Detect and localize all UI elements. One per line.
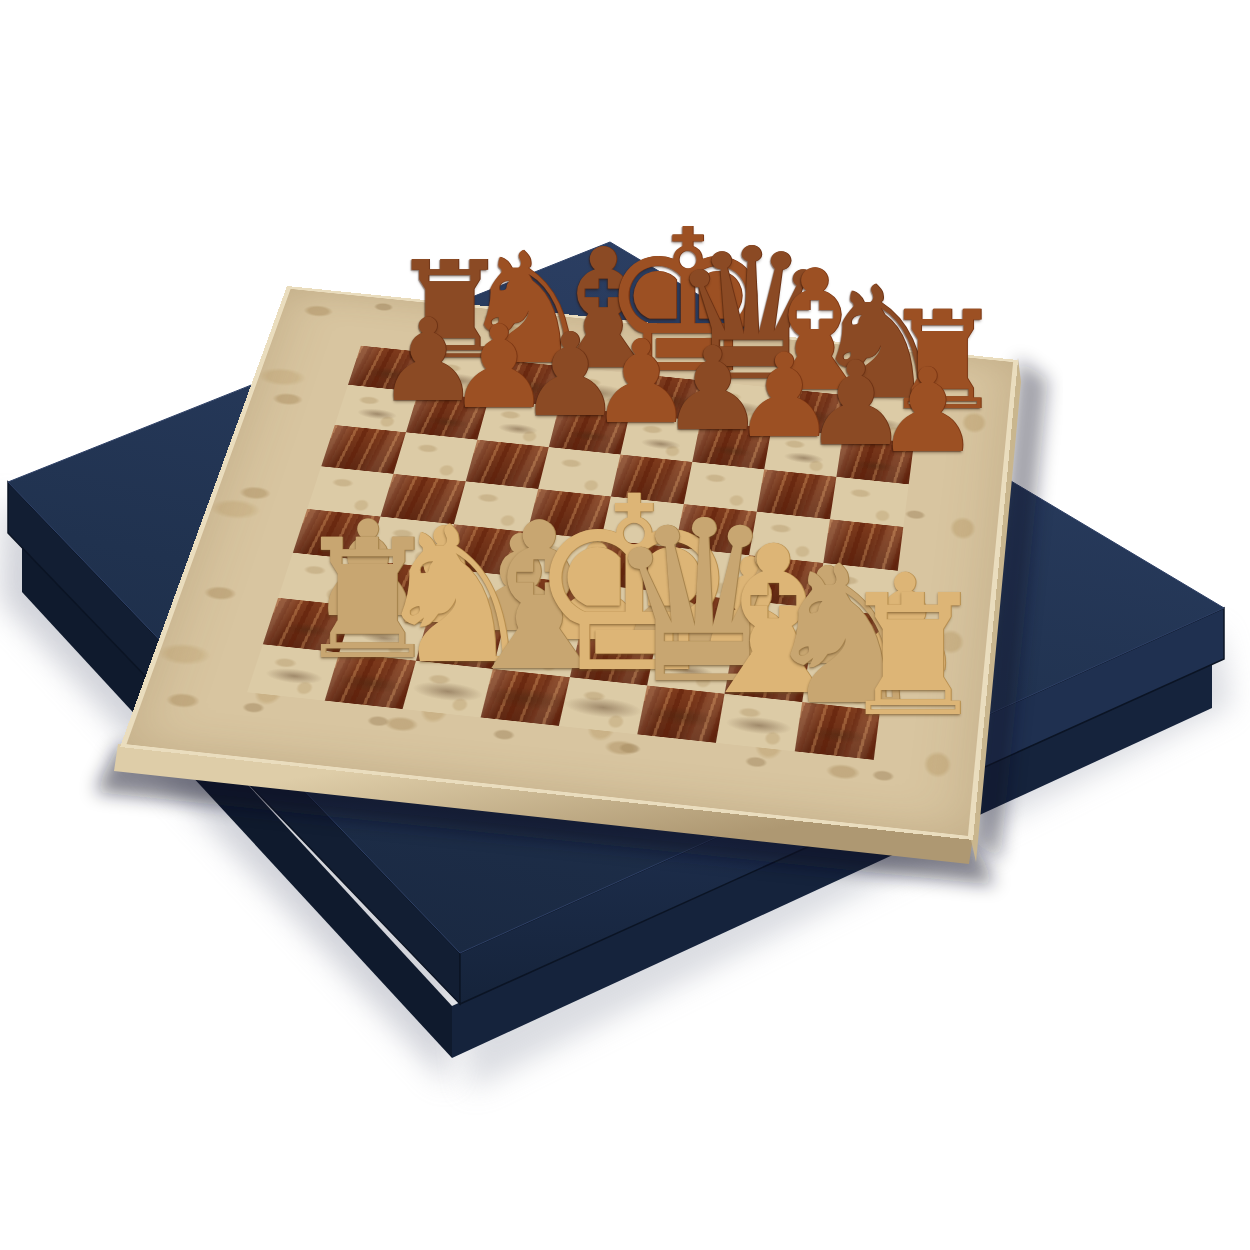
square-g6 [393,432,477,481]
product-photo-scene: ♜♞♝♚♛♝♟♞♟♜♟♟♟♟♟♟♟♟♟♟♟♟♜♟♞♟♝♚♛♝♞♜ [0,0,1250,1250]
square-h6 [321,425,406,474]
